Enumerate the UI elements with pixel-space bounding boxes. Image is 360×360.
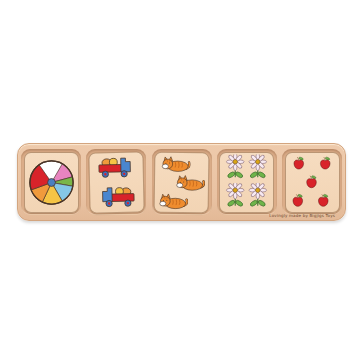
toy-train-icons (91, 153, 141, 211)
tile-2-trains[interactable] (88, 151, 144, 213)
tile-3-cats[interactable] (154, 151, 210, 213)
tile-5-apples[interactable] (285, 152, 340, 213)
apple-icons (288, 154, 337, 211)
slot-2 (86, 149, 146, 215)
slot-1 (21, 149, 81, 215)
cat-icons (157, 153, 207, 211)
beach-ball-icon (27, 158, 76, 207)
flower-icons (222, 154, 271, 211)
tile-1-beach-ball[interactable] (24, 152, 79, 213)
slot-3 (152, 149, 212, 215)
slot-4 (217, 149, 277, 215)
puzzle-tray: Lovingly made by Bigjigs Toys (17, 143, 346, 221)
brand-tagline: Lovingly made by Bigjigs Toys (269, 213, 335, 219)
tile-4-flowers[interactable] (219, 152, 274, 213)
slot-5 (282, 149, 342, 215)
